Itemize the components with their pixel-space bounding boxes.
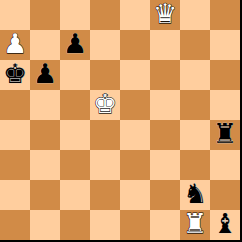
square-a2[interactable] [0, 180, 30, 210]
square-b3[interactable] [30, 150, 60, 180]
square-e5[interactable] [120, 90, 150, 120]
square-h5[interactable] [210, 90, 240, 120]
square-c4[interactable] [60, 120, 90, 150]
square-e7[interactable] [120, 30, 150, 60]
square-e8[interactable] [120, 0, 150, 30]
square-c1[interactable] [60, 210, 90, 240]
square-b6[interactable]: ♟ [30, 60, 60, 90]
square-d6[interactable] [90, 60, 120, 90]
square-g1[interactable]: ♜ [180, 210, 210, 240]
square-d2[interactable] [90, 180, 120, 210]
square-e4[interactable] [120, 120, 150, 150]
square-h8[interactable] [210, 0, 240, 30]
square-d5[interactable]: ♚ [90, 90, 120, 120]
square-g6[interactable] [180, 60, 210, 90]
square-b7[interactable] [30, 30, 60, 60]
square-b1[interactable] [30, 210, 60, 240]
square-f4[interactable] [150, 120, 180, 150]
square-h3[interactable] [210, 150, 240, 180]
piece-white-king[interactable]: ♚ [93, 90, 117, 119]
square-c3[interactable] [60, 150, 90, 180]
square-b2[interactable] [30, 180, 60, 210]
square-d3[interactable] [90, 150, 120, 180]
square-a8[interactable] [0, 0, 30, 30]
square-d8[interactable] [90, 0, 120, 30]
square-c6[interactable] [60, 60, 90, 90]
square-f6[interactable] [150, 60, 180, 90]
square-a3[interactable] [0, 150, 30, 180]
square-g4[interactable] [180, 120, 210, 150]
chess-board: ♛♟♟♚♟♚♜♞♜♝ [0, 0, 240, 240]
piece-black-pawn[interactable]: ♟ [33, 60, 57, 89]
square-b8[interactable] [30, 0, 60, 30]
square-f3[interactable] [150, 150, 180, 180]
square-d1[interactable] [90, 210, 120, 240]
square-e3[interactable] [120, 150, 150, 180]
piece-black-bishop[interactable]: ♝ [213, 210, 237, 239]
square-e2[interactable] [120, 180, 150, 210]
square-g7[interactable] [180, 30, 210, 60]
square-d4[interactable] [90, 120, 120, 150]
square-g5[interactable] [180, 90, 210, 120]
square-b4[interactable] [30, 120, 60, 150]
square-e1[interactable] [120, 210, 150, 240]
square-h1[interactable]: ♝ [210, 210, 240, 240]
square-d7[interactable] [90, 30, 120, 60]
square-h4[interactable]: ♜ [210, 120, 240, 150]
square-f7[interactable] [150, 30, 180, 60]
square-a4[interactable] [0, 120, 30, 150]
square-f8[interactable]: ♛ [150, 0, 180, 30]
square-c2[interactable] [60, 180, 90, 210]
piece-black-rook[interactable]: ♜ [213, 120, 237, 149]
square-a6[interactable]: ♚ [0, 60, 30, 90]
square-c8[interactable] [60, 0, 90, 30]
piece-white-pawn[interactable]: ♟ [3, 30, 27, 59]
square-g2[interactable]: ♞ [180, 180, 210, 210]
square-a1[interactable] [0, 210, 30, 240]
board-frame: ♛♟♟♚♟♚♜♞♜♝ [0, 0, 242, 242]
square-f5[interactable] [150, 90, 180, 120]
square-b5[interactable] [30, 90, 60, 120]
piece-white-rook[interactable]: ♜ [183, 210, 207, 239]
piece-black-king[interactable]: ♚ [3, 60, 27, 89]
square-f2[interactable] [150, 180, 180, 210]
square-h2[interactable] [210, 180, 240, 210]
square-g8[interactable] [180, 0, 210, 30]
piece-black-pawn[interactable]: ♟ [63, 30, 87, 59]
square-a5[interactable] [0, 90, 30, 120]
piece-black-knight[interactable]: ♞ [183, 180, 207, 209]
square-c7[interactable]: ♟ [60, 30, 90, 60]
piece-white-queen[interactable]: ♛ [153, 0, 177, 29]
square-f1[interactable] [150, 210, 180, 240]
square-a7[interactable]: ♟ [0, 30, 30, 60]
square-c5[interactable] [60, 90, 90, 120]
square-h7[interactable] [210, 30, 240, 60]
square-g3[interactable] [180, 150, 210, 180]
square-h6[interactable] [210, 60, 240, 90]
square-e6[interactable] [120, 60, 150, 90]
